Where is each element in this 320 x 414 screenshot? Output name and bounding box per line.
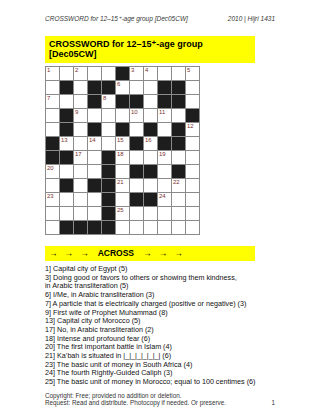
cell-number: 7 bbox=[47, 95, 50, 101]
grid-cell bbox=[158, 95, 172, 109]
grid-cell bbox=[46, 109, 60, 123]
grid-cell bbox=[102, 193, 116, 207]
grid-cell bbox=[144, 123, 158, 137]
grid-cell bbox=[88, 179, 102, 193]
grid-cell bbox=[60, 151, 74, 165]
grid-cell bbox=[74, 179, 88, 193]
grid-cell bbox=[60, 95, 74, 109]
grid-cell bbox=[60, 67, 74, 81]
grid-cell bbox=[74, 137, 88, 151]
grid-cell: 5 bbox=[186, 67, 200, 81]
grid-cell bbox=[74, 123, 88, 137]
grid-cell bbox=[88, 67, 102, 81]
cell-number: 9 bbox=[75, 109, 78, 115]
grid-cell bbox=[46, 81, 60, 95]
grid-cell: 24 bbox=[158, 193, 172, 207]
grid-cell bbox=[130, 221, 144, 235]
grid-cell bbox=[46, 137, 60, 151]
grid-cell bbox=[88, 207, 102, 221]
grid-cell bbox=[144, 95, 158, 109]
page-header: CROSSWORD for 12–15⁺-age group [Dec05CW]… bbox=[45, 15, 275, 23]
grid-cell bbox=[88, 165, 102, 179]
grid-cell bbox=[130, 193, 144, 207]
across-heading: → → → ACROSS → → → bbox=[45, 246, 255, 261]
across-label: ACROSS bbox=[98, 249, 134, 258]
cell-number: 16 bbox=[145, 137, 152, 143]
grid-cell bbox=[102, 123, 116, 137]
cell-number: 21 bbox=[117, 179, 124, 185]
cell-number: 15 bbox=[117, 137, 124, 143]
grid-cell bbox=[172, 137, 186, 151]
cell-number: 8 bbox=[103, 95, 106, 101]
grid-cell bbox=[60, 221, 74, 235]
grid-cell bbox=[158, 137, 172, 151]
grid-cell bbox=[74, 207, 88, 221]
grid-cell bbox=[102, 137, 116, 151]
grid-cell bbox=[130, 123, 144, 137]
arrow-icons-right: → → → bbox=[143, 249, 183, 258]
cell-number: 10 bbox=[131, 109, 138, 115]
grid-cell: 2 bbox=[74, 67, 88, 81]
grid-cell bbox=[88, 123, 102, 137]
grid-cell bbox=[88, 221, 102, 235]
grid-cell: 22 bbox=[172, 179, 186, 193]
grid-cell bbox=[186, 95, 200, 109]
grid-cell bbox=[186, 109, 200, 123]
grid-cell bbox=[144, 165, 158, 179]
cell-number: 4 bbox=[145, 67, 148, 73]
grid-cell bbox=[172, 165, 186, 179]
grid-cell bbox=[60, 193, 74, 207]
grid-cell bbox=[102, 151, 116, 165]
footer-request: Request: Read and distribute. Photocopy … bbox=[45, 399, 226, 407]
grid-cell: 8 bbox=[102, 95, 116, 109]
grid-cell: 1 bbox=[46, 67, 60, 81]
grid-cell bbox=[60, 123, 74, 137]
grid-cell bbox=[130, 207, 144, 221]
grid-cell bbox=[186, 165, 200, 179]
grid-cell bbox=[130, 165, 144, 179]
header-date: 2010 | Hijri 1431 bbox=[228, 15, 275, 23]
grid-cell: 16 bbox=[144, 137, 158, 151]
grid-cell: 9 bbox=[74, 109, 88, 123]
grid-cell bbox=[144, 151, 158, 165]
grid-cell bbox=[60, 81, 74, 95]
grid-cell bbox=[116, 193, 130, 207]
cell-number: 13 bbox=[61, 137, 68, 143]
grid-cell bbox=[144, 109, 158, 123]
grid-cell bbox=[144, 221, 158, 235]
grid-cell bbox=[102, 67, 116, 81]
cell-number: 20 bbox=[47, 165, 54, 171]
grid-cell bbox=[172, 221, 186, 235]
header-doc-title: CROSSWORD for 12–15⁺-age group [Dec05CW] bbox=[45, 15, 188, 23]
cell-number: 11 bbox=[159, 109, 165, 115]
grid-cell bbox=[74, 95, 88, 109]
cell-number: 2 bbox=[75, 67, 78, 73]
grid-cell bbox=[186, 193, 200, 207]
grid-cell bbox=[88, 95, 102, 109]
grid-cell bbox=[172, 95, 186, 109]
cell-number: 22 bbox=[173, 179, 180, 185]
grid-cell: 13 bbox=[60, 137, 74, 151]
across-clue-list: 1] Capital city of Egypt (5)3] Doing goo… bbox=[45, 265, 285, 387]
grid-cell bbox=[172, 81, 186, 95]
grid-cell bbox=[172, 151, 186, 165]
grid-cell bbox=[158, 221, 172, 235]
grid-cell: 4 bbox=[144, 67, 158, 81]
arrow-icons-left: → → → bbox=[49, 249, 89, 258]
grid-cell bbox=[172, 67, 186, 81]
grid-cell bbox=[60, 109, 74, 123]
footer-copyright: Copyright: Free; provided no addition or… bbox=[45, 392, 226, 400]
grid-cell bbox=[88, 81, 102, 95]
grid-cell bbox=[46, 179, 60, 193]
grid-cell bbox=[158, 207, 172, 221]
grid-cell bbox=[116, 165, 130, 179]
page-title: CROSSWORD for 12–15⁺-age group [Dec05CW] bbox=[45, 36, 255, 63]
grid-cell bbox=[172, 193, 186, 207]
grid-cell bbox=[102, 221, 116, 235]
grid-cell: 18 bbox=[116, 151, 130, 165]
cell-number: 18 bbox=[117, 151, 124, 157]
grid-cell: 14 bbox=[88, 137, 102, 151]
grid-cell bbox=[172, 109, 186, 123]
grid-cell bbox=[46, 207, 60, 221]
grid-cell bbox=[116, 67, 130, 81]
cell-number: 17 bbox=[75, 151, 82, 157]
grid-cell: 15 bbox=[116, 137, 130, 151]
grid-cell bbox=[102, 109, 116, 123]
grid-cell bbox=[130, 81, 144, 95]
grid-cell bbox=[186, 137, 200, 151]
grid-cell bbox=[186, 151, 200, 165]
grid-cell bbox=[60, 207, 74, 221]
grid-cell bbox=[102, 165, 116, 179]
grid-cell bbox=[144, 193, 158, 207]
grid-cell bbox=[186, 81, 200, 95]
grid-cell bbox=[116, 123, 130, 137]
grid-cell bbox=[186, 207, 200, 221]
grid-cell bbox=[88, 193, 102, 207]
grid-cell bbox=[172, 207, 186, 221]
grid-cell bbox=[102, 207, 116, 221]
grid-cell bbox=[74, 193, 88, 207]
grid-cell bbox=[88, 109, 102, 123]
grid-cell: 6 bbox=[116, 81, 130, 95]
grid-cell: 11 bbox=[158, 109, 172, 123]
grid-cell bbox=[158, 123, 172, 137]
cell-number: 3 bbox=[131, 67, 134, 73]
grid-cell bbox=[186, 221, 200, 235]
grid-cell: 23 bbox=[46, 193, 60, 207]
cell-number: 12 bbox=[187, 123, 194, 129]
grid-cell: 21 bbox=[116, 179, 130, 193]
grid-cell: 25 bbox=[116, 207, 130, 221]
cell-number: 1 bbox=[47, 67, 50, 73]
grid-cell bbox=[130, 179, 144, 193]
grid-cell: 12 bbox=[186, 123, 200, 137]
grid-cell bbox=[74, 221, 88, 235]
clue-item: 25] The basic unit of money in Morocco; … bbox=[45, 378, 285, 387]
grid-cell bbox=[144, 179, 158, 193]
cell-number: 6 bbox=[117, 81, 120, 87]
footer-text: Copyright: Free; provided no addition or… bbox=[45, 392, 226, 407]
grid-cell: 10 bbox=[130, 109, 144, 123]
crossword-grid: 1234567891011121314151617181920212223242… bbox=[45, 66, 200, 235]
cell-number: 25 bbox=[117, 207, 124, 213]
page-footer: Copyright: Free; provided no addition or… bbox=[45, 392, 275, 407]
grid-cell bbox=[116, 109, 130, 123]
page-number: 1 bbox=[271, 399, 275, 407]
grid-cell bbox=[102, 81, 116, 95]
grid-cell bbox=[46, 221, 60, 235]
cell-number: 14 bbox=[89, 137, 96, 143]
grid-cell bbox=[102, 179, 116, 193]
grid-cell bbox=[60, 165, 74, 179]
grid-cell bbox=[158, 67, 172, 81]
grid-cell bbox=[130, 95, 144, 109]
grid-cell bbox=[60, 179, 74, 193]
grid-cell bbox=[144, 81, 158, 95]
grid-cell: 20 bbox=[46, 165, 60, 179]
grid-cell: 3 bbox=[130, 67, 144, 81]
grid-cell bbox=[130, 151, 144, 165]
grid-cell: 7 bbox=[46, 95, 60, 109]
cell-number: 24 bbox=[159, 193, 166, 199]
grid-cell: 19 bbox=[158, 151, 172, 165]
grid-cell bbox=[46, 123, 60, 137]
grid-cell bbox=[74, 165, 88, 179]
grid-cell bbox=[130, 137, 144, 151]
cell-number: 23 bbox=[47, 193, 54, 199]
grid-cell bbox=[158, 165, 172, 179]
grid-cell bbox=[186, 179, 200, 193]
grid-cell bbox=[158, 81, 172, 95]
grid-cell bbox=[116, 221, 130, 235]
grid-cell bbox=[74, 81, 88, 95]
grid-cell bbox=[144, 207, 158, 221]
cell-number: 19 bbox=[159, 151, 166, 157]
grid-cell bbox=[46, 151, 60, 165]
grid-cell bbox=[158, 179, 172, 193]
grid-cell bbox=[88, 151, 102, 165]
cell-number: 5 bbox=[187, 67, 190, 73]
grid-cell: 17 bbox=[74, 151, 88, 165]
grid-cell bbox=[116, 95, 130, 109]
document-page: CROSSWORD for 12–15⁺-age group [Dec05CW]… bbox=[0, 0, 320, 414]
grid-cell bbox=[172, 123, 186, 137]
